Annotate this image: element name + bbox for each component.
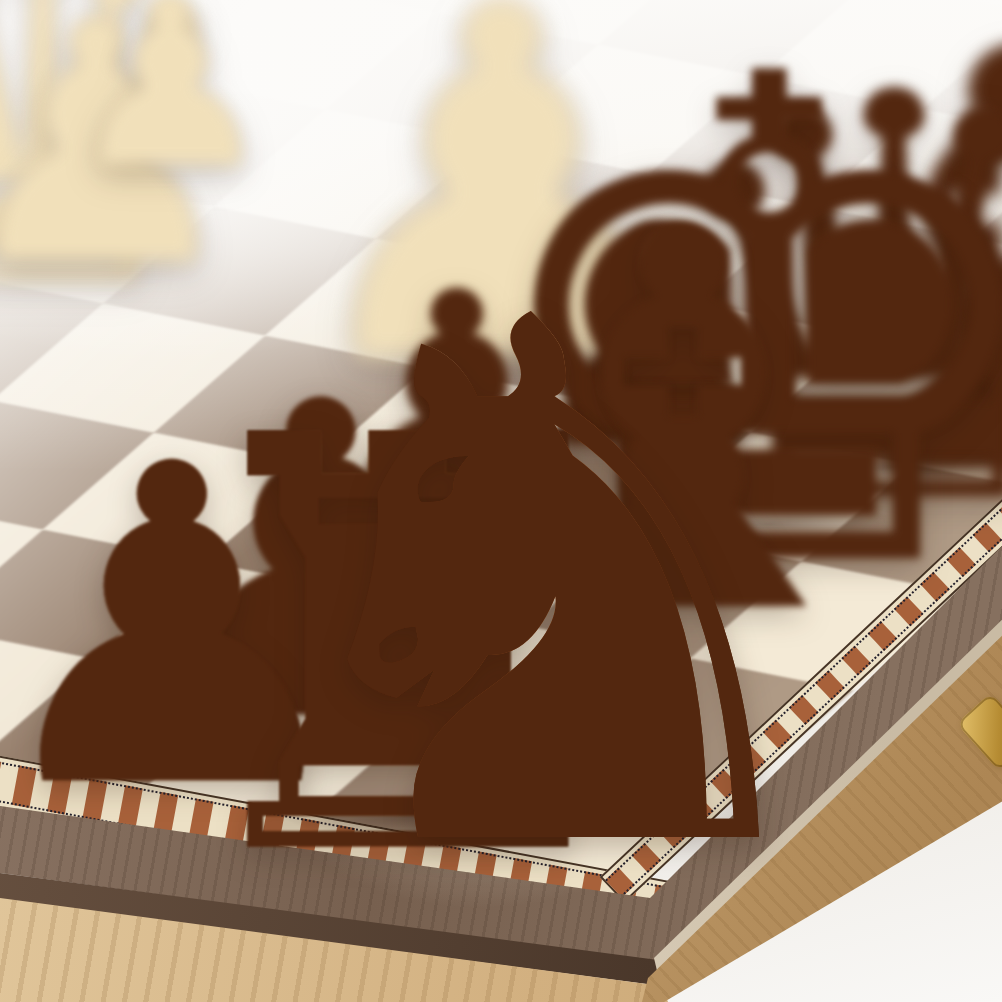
chess-board: [0, 0, 1002, 885]
brass-hinge: [956, 693, 1002, 771]
chess-set-photo: ♛♟♟♟♟♝♛♟♚♝♟♟♜♞: [0, 0, 1002, 1002]
